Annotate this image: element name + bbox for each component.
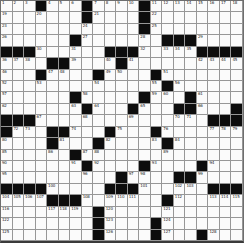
grid-cell[interactable] <box>231 207 243 218</box>
grid-cell[interactable]: 119 <box>70 207 82 218</box>
grid-cell[interactable]: 5 <box>59 1 71 12</box>
grid-cell[interactable] <box>116 115 128 126</box>
grid-cell[interactable] <box>70 24 82 35</box>
grid-cell[interactable] <box>13 230 25 241</box>
grid-cell[interactable] <box>128 207 140 218</box>
grid-cell[interactable]: 78 <box>220 127 232 138</box>
grid-cell[interactable]: 94 <box>208 161 220 172</box>
grid-cell[interactable] <box>105 92 117 103</box>
grid-cell[interactable] <box>59 35 71 46</box>
grid-cell[interactable] <box>208 81 220 92</box>
grid-cell[interactable] <box>36 138 48 149</box>
grid-cell[interactable]: 56 <box>174 81 186 92</box>
grid-cell[interactable]: 27 <box>82 35 94 46</box>
grid-cell[interactable] <box>197 184 209 195</box>
grid-cell[interactable]: 77 <box>208 127 220 138</box>
grid-cell[interactable] <box>185 70 197 81</box>
grid-cell[interactable] <box>82 58 94 69</box>
grid-cell[interactable] <box>128 138 140 149</box>
grid-cell[interactable]: 82 <box>105 138 117 149</box>
grid-cell[interactable] <box>162 184 174 195</box>
grid-cell[interactable] <box>93 115 105 126</box>
grid-cell[interactable] <box>36 58 48 69</box>
grid-cell[interactable] <box>185 218 197 229</box>
grid-cell[interactable] <box>174 92 186 103</box>
grid-cell[interactable]: 103 <box>185 184 197 195</box>
grid-cell[interactable]: 112 <box>174 195 186 206</box>
grid-cell[interactable] <box>151 184 163 195</box>
grid-cell[interactable] <box>47 104 59 115</box>
grid-cell[interactable] <box>174 12 186 23</box>
grid-cell[interactable] <box>220 35 232 46</box>
grid-cell[interactable]: 126 <box>105 230 117 241</box>
grid-cell[interactable] <box>208 70 220 81</box>
grid-cell[interactable]: 18 <box>231 1 243 12</box>
grid-cell[interactable] <box>36 35 48 46</box>
grid-cell[interactable] <box>162 115 174 126</box>
grid-cell[interactable] <box>13 81 25 92</box>
grid-cell[interactable] <box>36 218 48 229</box>
grid-cell[interactable]: 115 <box>231 195 243 206</box>
grid-cell[interactable] <box>13 218 25 229</box>
grid-cell[interactable]: 74 <box>70 127 82 138</box>
grid-cell[interactable] <box>162 12 174 23</box>
grid-cell[interactable]: 9 <box>116 1 128 12</box>
grid-cell[interactable] <box>105 12 117 23</box>
grid-cell[interactable]: 54 <box>93 81 105 92</box>
grid-cell[interactable] <box>36 150 48 161</box>
grid-cell[interactable] <box>13 150 25 161</box>
grid-cell[interactable]: 128 <box>208 230 220 241</box>
grid-cell[interactable] <box>24 218 36 229</box>
grid-cell[interactable] <box>220 81 232 92</box>
grid-cell[interactable] <box>197 218 209 229</box>
grid-cell[interactable]: 10 <box>128 1 140 12</box>
grid-cell[interactable]: 93 <box>151 161 163 172</box>
grid-cell[interactable] <box>128 230 140 241</box>
grid-cell[interactable] <box>128 70 140 81</box>
grid-cell[interactable] <box>13 207 25 218</box>
grid-cell[interactable] <box>185 161 197 172</box>
grid-cell[interactable]: 2 <box>13 1 25 12</box>
grid-cell[interactable]: 14 <box>185 1 197 12</box>
grid-cell[interactable]: 80 <box>1 138 13 149</box>
grid-cell[interactable] <box>59 230 71 241</box>
grid-cell[interactable]: 125 <box>1 230 13 241</box>
grid-cell[interactable] <box>231 218 243 229</box>
grid-cell[interactable] <box>151 104 163 115</box>
grid-cell[interactable] <box>70 115 82 126</box>
grid-cell[interactable] <box>59 172 71 183</box>
grid-cell[interactable]: 6 <box>70 1 82 12</box>
grid-cell[interactable] <box>231 172 243 183</box>
grid-cell[interactable] <box>24 12 36 23</box>
grid-cell[interactable] <box>47 161 59 172</box>
grid-cell[interactable] <box>139 115 151 126</box>
grid-cell[interactable]: 89 <box>162 150 174 161</box>
grid-cell[interactable] <box>174 161 186 172</box>
grid-cell[interactable] <box>174 24 186 35</box>
grid-cell[interactable] <box>128 127 140 138</box>
grid-cell[interactable] <box>231 138 243 149</box>
grid-cell[interactable] <box>139 218 151 229</box>
grid-cell[interactable]: 16 <box>208 1 220 12</box>
grid-cell[interactable]: 36 <box>1 58 13 69</box>
grid-cell[interactable] <box>197 207 209 218</box>
grid-cell[interactable]: 33 <box>162 47 174 58</box>
grid-cell[interactable] <box>59 218 71 229</box>
grid-cell[interactable] <box>47 35 59 46</box>
grid-cell[interactable] <box>70 12 82 23</box>
grid-cell[interactable] <box>208 207 220 218</box>
grid-cell[interactable]: 32 <box>139 47 151 58</box>
grid-cell[interactable]: 92 <box>93 161 105 172</box>
grid-cell[interactable] <box>139 127 151 138</box>
grid-cell[interactable] <box>139 70 151 81</box>
grid-cell[interactable] <box>24 150 36 161</box>
grid-cell[interactable]: 29 <box>197 35 209 46</box>
grid-cell[interactable]: 67 <box>36 115 48 126</box>
grid-cell[interactable]: 8 <box>105 1 117 12</box>
grid-cell[interactable] <box>231 35 243 46</box>
grid-cell[interactable] <box>197 150 209 161</box>
grid-cell[interactable] <box>174 207 186 218</box>
grid-cell[interactable] <box>197 195 209 206</box>
grid-cell[interactable] <box>93 172 105 183</box>
grid-cell[interactable]: 111 <box>128 195 140 206</box>
grid-cell[interactable] <box>105 81 117 92</box>
grid-cell[interactable] <box>174 58 186 69</box>
grid-cell[interactable] <box>116 150 128 161</box>
grid-cell[interactable] <box>139 81 151 92</box>
grid-cell[interactable] <box>47 47 59 58</box>
grid-cell[interactable]: 40 <box>105 58 117 69</box>
grid-cell[interactable] <box>185 207 197 218</box>
grid-cell[interactable] <box>93 184 105 195</box>
grid-cell[interactable] <box>231 12 243 23</box>
grid-cell[interactable]: 108 <box>82 195 94 206</box>
grid-cell[interactable]: 66 <box>197 104 209 115</box>
grid-cell[interactable] <box>13 161 25 172</box>
grid-cell[interactable] <box>70 230 82 241</box>
grid-cell[interactable] <box>24 70 36 81</box>
grid-cell[interactable] <box>151 115 163 126</box>
grid-cell[interactable] <box>231 150 243 161</box>
grid-cell[interactable] <box>116 161 128 172</box>
grid-cell[interactable] <box>24 172 36 183</box>
grid-cell[interactable]: 43 <box>208 58 220 69</box>
grid-cell[interactable] <box>36 24 48 35</box>
grid-cell[interactable] <box>59 150 71 161</box>
grid-cell[interactable] <box>139 230 151 241</box>
grid-cell[interactable] <box>13 24 25 35</box>
grid-cell[interactable]: 101 <box>139 184 151 195</box>
grid-cell[interactable]: 99 <box>197 172 209 183</box>
grid-cell[interactable]: 79 <box>231 127 243 138</box>
grid-cell[interactable]: 124 <box>162 218 174 229</box>
grid-cell[interactable]: 59 <box>151 92 163 103</box>
grid-cell[interactable] <box>13 35 25 46</box>
grid-cell[interactable]: 109 <box>105 195 117 206</box>
grid-cell[interactable]: 3 <box>24 1 36 12</box>
grid-cell[interactable] <box>70 70 82 81</box>
grid-cell[interactable] <box>128 218 140 229</box>
grid-cell[interactable] <box>93 58 105 69</box>
grid-cell[interactable]: 39 <box>70 58 82 69</box>
grid-cell[interactable] <box>151 195 163 206</box>
grid-cell[interactable] <box>93 24 105 35</box>
grid-cell[interactable] <box>185 24 197 35</box>
grid-cell[interactable] <box>93 35 105 46</box>
grid-cell[interactable]: 64 <box>93 104 105 115</box>
grid-cell[interactable]: 49 <box>105 70 117 81</box>
grid-cell[interactable]: 91 <box>70 161 82 172</box>
grid-cell[interactable] <box>220 161 232 172</box>
grid-cell[interactable] <box>197 115 209 126</box>
grid-cell[interactable]: 13 <box>174 1 186 12</box>
grid-cell[interactable] <box>47 230 59 241</box>
grid-cell[interactable] <box>13 92 25 103</box>
grid-cell[interactable]: 60 <box>162 92 174 103</box>
grid-cell[interactable] <box>82 47 94 58</box>
grid-cell[interactable]: 71 <box>185 115 197 126</box>
grid-cell[interactable] <box>24 35 36 46</box>
grid-cell[interactable]: 26 <box>1 35 13 46</box>
grid-cell[interactable] <box>59 12 71 23</box>
grid-cell[interactable]: 38 <box>24 58 36 69</box>
grid-cell[interactable] <box>128 24 140 35</box>
grid-cell[interactable]: 12 <box>162 1 174 12</box>
grid-cell[interactable] <box>70 81 82 92</box>
grid-cell[interactable] <box>185 195 197 206</box>
grid-cell[interactable] <box>36 161 48 172</box>
grid-cell[interactable]: 41 <box>128 58 140 69</box>
grid-cell[interactable]: 53 <box>36 81 48 92</box>
grid-cell[interactable] <box>185 150 197 161</box>
grid-cell[interactable] <box>208 92 220 103</box>
grid-cell[interactable] <box>139 150 151 161</box>
grid-cell[interactable]: 106 <box>24 195 36 206</box>
grid-cell[interactable]: 73 <box>24 127 36 138</box>
grid-cell[interactable]: 45 <box>231 58 243 69</box>
grid-cell[interactable]: 75 <box>116 127 128 138</box>
grid-cell[interactable]: 95 <box>1 172 13 183</box>
grid-cell[interactable]: 20 <box>36 12 48 23</box>
grid-cell[interactable]: 86 <box>47 150 59 161</box>
grid-cell[interactable] <box>185 81 197 92</box>
grid-cell[interactable] <box>93 127 105 138</box>
grid-cell[interactable] <box>174 218 186 229</box>
grid-cell[interactable] <box>128 35 140 46</box>
grid-cell[interactable]: 69 <box>128 115 140 126</box>
grid-cell[interactable] <box>59 104 71 115</box>
grid-cell[interactable]: 34 <box>174 47 186 58</box>
grid-cell[interactable] <box>36 172 48 183</box>
grid-cell[interactable]: 118 <box>59 207 71 218</box>
grid-cell[interactable]: 83 <box>151 138 163 149</box>
grid-cell[interactable] <box>59 184 71 195</box>
grid-cell[interactable] <box>24 230 36 241</box>
grid-cell[interactable] <box>128 81 140 92</box>
grid-cell[interactable]: 21 <box>93 12 105 23</box>
grid-cell[interactable]: 113 <box>208 195 220 206</box>
grid-cell[interactable] <box>47 12 59 23</box>
grid-cell[interactable]: 81 <box>59 138 71 149</box>
grid-cell[interactable] <box>24 104 36 115</box>
grid-cell[interactable] <box>47 218 59 229</box>
grid-cell[interactable] <box>139 207 151 218</box>
grid-cell[interactable] <box>139 138 151 149</box>
grid-cell[interactable] <box>231 161 243 172</box>
grid-cell[interactable] <box>151 35 163 46</box>
grid-cell[interactable] <box>13 12 25 23</box>
grid-cell[interactable] <box>116 207 128 218</box>
grid-cell[interactable] <box>105 115 117 126</box>
grid-cell[interactable] <box>116 12 128 23</box>
grid-cell[interactable] <box>105 24 117 35</box>
grid-cell[interactable] <box>24 24 36 35</box>
grid-cell[interactable] <box>82 138 94 149</box>
grid-cell[interactable] <box>59 161 71 172</box>
grid-cell[interactable] <box>208 218 220 229</box>
grid-cell[interactable] <box>197 138 209 149</box>
grid-cell[interactable] <box>36 127 48 138</box>
grid-cell[interactable] <box>139 195 151 206</box>
grid-cell[interactable] <box>151 172 163 183</box>
grid-cell[interactable] <box>24 81 36 92</box>
grid-cell[interactable]: 107 <box>36 195 48 206</box>
grid-cell[interactable] <box>220 138 232 149</box>
grid-cell[interactable]: 105 <box>13 195 25 206</box>
grid-cell[interactable] <box>220 24 232 35</box>
grid-cell[interactable] <box>220 230 232 241</box>
grid-cell[interactable] <box>82 218 94 229</box>
grid-cell[interactable] <box>220 92 232 103</box>
grid-cell[interactable] <box>116 92 128 103</box>
grid-cell[interactable] <box>174 150 186 161</box>
grid-cell[interactable] <box>82 230 94 241</box>
grid-cell[interactable] <box>231 70 243 81</box>
grid-cell[interactable] <box>220 104 232 115</box>
grid-cell[interactable] <box>70 184 82 195</box>
grid-cell[interactable] <box>116 35 128 46</box>
grid-cell[interactable] <box>220 172 232 183</box>
grid-cell[interactable]: 87 <box>82 150 94 161</box>
grid-cell[interactable] <box>208 138 220 149</box>
grid-cell[interactable] <box>185 230 197 241</box>
grid-cell[interactable] <box>128 92 140 103</box>
grid-cell[interactable] <box>231 92 243 103</box>
grid-cell[interactable] <box>47 115 59 126</box>
grid-cell[interactable] <box>47 81 59 92</box>
grid-cell[interactable] <box>185 58 197 69</box>
grid-cell[interactable]: 62 <box>1 104 13 115</box>
grid-cell[interactable] <box>82 207 94 218</box>
grid-cell[interactable]: 117 <box>47 207 59 218</box>
grid-cell[interactable]: 127 <box>162 230 174 241</box>
grid-cell[interactable] <box>220 218 232 229</box>
grid-cell[interactable]: 110 <box>116 195 128 206</box>
grid-cell[interactable] <box>82 127 94 138</box>
grid-cell[interactable] <box>105 35 117 46</box>
grid-cell[interactable] <box>220 207 232 218</box>
grid-cell[interactable]: 65 <box>139 104 151 115</box>
grid-cell[interactable]: 15 <box>197 1 209 12</box>
grid-cell[interactable]: 96 <box>82 172 94 183</box>
grid-cell[interactable] <box>174 230 186 241</box>
grid-cell[interactable] <box>208 172 220 183</box>
grid-cell[interactable]: 68 <box>82 115 94 126</box>
grid-cell[interactable] <box>162 58 174 69</box>
grid-cell[interactable]: 123 <box>105 218 117 229</box>
grid-cell[interactable]: 35 <box>185 47 197 58</box>
grid-cell[interactable] <box>231 230 243 241</box>
grid-cell[interactable] <box>59 47 71 58</box>
grid-cell[interactable] <box>162 24 174 35</box>
grid-cell[interactable] <box>93 195 105 206</box>
grid-cell[interactable]: 25 <box>151 24 163 35</box>
grid-cell[interactable] <box>93 47 105 58</box>
grid-cell[interactable] <box>116 81 128 92</box>
grid-cell[interactable]: 72 <box>13 127 25 138</box>
grid-cell[interactable] <box>151 207 163 218</box>
grid-cell[interactable]: 28 <box>139 35 151 46</box>
grid-cell[interactable] <box>13 172 25 183</box>
grid-cell[interactable] <box>151 47 163 58</box>
grid-cell[interactable]: 100 <box>47 184 59 195</box>
grid-cell[interactable] <box>24 161 36 172</box>
grid-cell[interactable] <box>59 81 71 92</box>
grid-cell[interactable] <box>47 92 59 103</box>
grid-cell[interactable]: 30 <box>36 47 48 58</box>
grid-cell[interactable] <box>70 218 82 229</box>
grid-cell[interactable] <box>105 104 117 115</box>
grid-cell[interactable]: 42 <box>197 58 209 69</box>
grid-cell[interactable] <box>82 70 94 81</box>
grid-cell[interactable] <box>185 138 197 149</box>
grid-cell[interactable] <box>231 24 243 35</box>
grid-cell[interactable] <box>220 12 232 23</box>
grid-cell[interactable] <box>185 127 197 138</box>
grid-cell[interactable]: 76 <box>162 127 174 138</box>
grid-cell[interactable] <box>128 150 140 161</box>
grid-cell[interactable] <box>24 138 36 149</box>
grid-cell[interactable] <box>105 161 117 172</box>
grid-cell[interactable]: 4 <box>47 1 59 12</box>
grid-cell[interactable] <box>197 12 209 23</box>
grid-cell[interactable] <box>128 12 140 23</box>
grid-cell[interactable] <box>47 24 59 35</box>
grid-cell[interactable] <box>116 138 128 149</box>
grid-cell[interactable]: 84 <box>174 138 186 149</box>
grid-cell[interactable] <box>220 70 232 81</box>
grid-cell[interactable] <box>162 172 174 183</box>
grid-cell[interactable] <box>116 230 128 241</box>
grid-cell[interactable]: 97 <box>128 172 140 183</box>
grid-cell[interactable]: 58 <box>82 92 94 103</box>
grid-cell[interactable] <box>116 104 128 115</box>
grid-cell[interactable]: 47 <box>47 70 59 81</box>
grid-cell[interactable] <box>36 230 48 241</box>
grid-cell[interactable]: 51 <box>162 70 174 81</box>
grid-cell[interactable] <box>59 115 71 126</box>
grid-cell[interactable] <box>36 92 48 103</box>
grid-cell[interactable] <box>162 104 174 115</box>
grid-cell[interactable] <box>13 104 25 115</box>
grid-cell[interactable] <box>105 150 117 161</box>
grid-cell[interactable] <box>36 207 48 218</box>
grid-cell[interactable] <box>208 12 220 23</box>
